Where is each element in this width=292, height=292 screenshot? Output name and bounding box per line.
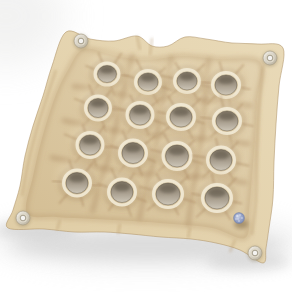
corner-grommet (15, 211, 31, 227)
cushion-illustration (0, 0, 292, 292)
corner-grommet (73, 34, 89, 50)
corner-grommet (262, 51, 278, 67)
corner-grommet (247, 246, 263, 262)
product-photo (0, 0, 292, 292)
